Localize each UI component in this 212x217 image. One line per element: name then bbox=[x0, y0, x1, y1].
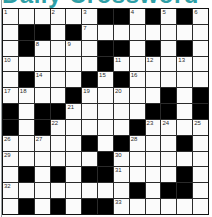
white-cell[interactable] bbox=[161, 25, 176, 40]
white-cell[interactable] bbox=[82, 183, 97, 198]
white-cell[interactable] bbox=[98, 183, 113, 198]
white-cell[interactable] bbox=[82, 41, 97, 56]
white-cell[interactable] bbox=[82, 152, 97, 167]
white-cell[interactable]: 30 bbox=[114, 152, 129, 167]
black-cell bbox=[35, 120, 50, 135]
white-cell[interactable] bbox=[161, 57, 176, 72]
black-cell bbox=[177, 183, 192, 198]
white-cell[interactable] bbox=[19, 120, 34, 135]
white-cell[interactable]: 9 bbox=[66, 41, 81, 56]
white-cell[interactable] bbox=[146, 136, 161, 151]
black-cell bbox=[161, 88, 176, 103]
white-cell[interactable]: 15 bbox=[98, 72, 113, 87]
white-cell[interactable]: 1 bbox=[3, 9, 18, 24]
white-cell[interactable] bbox=[161, 41, 176, 56]
clue-number: 24 bbox=[162, 120, 169, 127]
black-cell bbox=[82, 136, 97, 151]
black-cell bbox=[82, 72, 97, 87]
white-cell[interactable] bbox=[19, 136, 34, 151]
black-cell bbox=[177, 41, 192, 56]
clue-number: 5 bbox=[162, 9, 165, 16]
black-cell bbox=[161, 183, 176, 198]
white-cell[interactable]: 10 bbox=[3, 57, 18, 72]
white-cell[interactable] bbox=[66, 167, 81, 182]
clue-number: 6 bbox=[194, 9, 197, 16]
clue-number: 32 bbox=[4, 183, 11, 190]
white-cell[interactable] bbox=[130, 104, 145, 119]
white-cell[interactable]: 13 bbox=[177, 57, 192, 72]
black-cell bbox=[82, 167, 97, 182]
white-cell[interactable] bbox=[193, 199, 208, 214]
black-cell bbox=[146, 9, 161, 24]
white-cell[interactable] bbox=[98, 104, 113, 119]
white-cell[interactable] bbox=[66, 199, 81, 214]
clue-number: 20 bbox=[115, 88, 122, 95]
white-cell[interactable] bbox=[146, 88, 161, 103]
white-cell[interactable]: 20 bbox=[114, 88, 129, 103]
clue-number: 7 bbox=[83, 25, 86, 32]
clue-number: 2 bbox=[52, 9, 55, 16]
white-cell[interactable] bbox=[19, 9, 34, 24]
white-cell[interactable] bbox=[3, 41, 18, 56]
white-cell[interactable] bbox=[114, 120, 129, 135]
clue-number: 19 bbox=[83, 88, 90, 95]
white-cell[interactable] bbox=[98, 88, 113, 103]
clue-number: 15 bbox=[99, 72, 106, 79]
black-cell bbox=[114, 72, 129, 87]
white-cell[interactable] bbox=[130, 88, 145, 103]
white-cell[interactable] bbox=[66, 136, 81, 151]
white-cell[interactable]: 25 bbox=[193, 120, 208, 135]
white-cell[interactable] bbox=[177, 72, 192, 87]
black-cell bbox=[19, 199, 34, 214]
white-cell[interactable]: 22 bbox=[51, 120, 66, 135]
clue-number: 26 bbox=[4, 136, 11, 143]
white-cell[interactable] bbox=[177, 25, 192, 40]
white-cell[interactable] bbox=[146, 183, 161, 198]
white-cell[interactable] bbox=[35, 88, 50, 103]
clue-number: 33 bbox=[115, 199, 122, 206]
clue-number: 16 bbox=[131, 72, 138, 79]
white-cell[interactable] bbox=[3, 167, 18, 182]
white-cell[interactable] bbox=[82, 120, 97, 135]
white-cell[interactable] bbox=[3, 25, 18, 40]
white-cell[interactable]: 24 bbox=[161, 120, 176, 135]
clue-number: 12 bbox=[147, 57, 154, 64]
white-cell[interactable]: 7 bbox=[82, 25, 97, 40]
white-cell[interactable]: 2 bbox=[51, 9, 66, 24]
white-cell[interactable]: 28 bbox=[130, 136, 145, 151]
white-cell[interactable] bbox=[19, 183, 34, 198]
black-cell bbox=[3, 120, 18, 135]
white-cell[interactable] bbox=[51, 41, 66, 56]
clue-number: 21 bbox=[67, 104, 74, 111]
crossword-grid: 1234567891011121314151617181920212223242… bbox=[2, 8, 209, 215]
white-cell[interactable] bbox=[146, 167, 161, 182]
white-cell[interactable] bbox=[114, 183, 129, 198]
white-cell[interactable] bbox=[51, 136, 66, 151]
white-cell[interactable] bbox=[51, 88, 66, 103]
white-cell[interactable] bbox=[130, 152, 145, 167]
clue-number: 4 bbox=[131, 9, 134, 16]
black-cell bbox=[98, 57, 113, 72]
white-cell[interactable] bbox=[66, 9, 81, 24]
white-cell[interactable] bbox=[161, 152, 176, 167]
white-cell[interactable]: 23 bbox=[146, 120, 161, 135]
white-cell[interactable]: 27 bbox=[35, 136, 50, 151]
black-cell bbox=[193, 88, 208, 103]
clue-number: 13 bbox=[178, 57, 185, 64]
black-cell bbox=[98, 152, 113, 167]
white-cell[interactable] bbox=[161, 167, 176, 182]
clue-number: 1 bbox=[4, 9, 7, 16]
black-cell bbox=[114, 136, 129, 151]
black-cell bbox=[51, 167, 66, 182]
black-cell bbox=[35, 25, 50, 40]
white-cell[interactable] bbox=[193, 136, 208, 151]
white-cell[interactable] bbox=[146, 152, 161, 167]
black-cell bbox=[19, 167, 34, 182]
white-cell[interactable] bbox=[130, 25, 145, 40]
black-cell bbox=[66, 88, 81, 103]
white-cell[interactable] bbox=[98, 136, 113, 151]
white-cell[interactable] bbox=[114, 104, 129, 119]
clue-number: 29 bbox=[4, 152, 11, 159]
white-cell[interactable]: 32 bbox=[3, 183, 18, 198]
white-cell[interactable] bbox=[177, 120, 192, 135]
white-cell[interactable] bbox=[161, 136, 176, 151]
white-cell[interactable] bbox=[66, 57, 81, 72]
clue-number: 30 bbox=[115, 152, 122, 159]
black-cell bbox=[177, 9, 192, 24]
white-cell[interactable] bbox=[193, 152, 208, 167]
white-cell[interactable] bbox=[19, 104, 34, 119]
black-cell bbox=[19, 72, 34, 87]
black-cell bbox=[146, 41, 161, 56]
white-cell[interactable] bbox=[35, 183, 50, 198]
white-cell[interactable]: 4 bbox=[130, 9, 145, 24]
black-cell bbox=[177, 167, 192, 182]
white-cell[interactable]: 6 bbox=[193, 9, 208, 24]
black-cell bbox=[51, 199, 66, 214]
white-cell[interactable]: 18 bbox=[19, 88, 34, 103]
white-cell[interactable] bbox=[82, 104, 97, 119]
white-cell[interactable]: 19 bbox=[82, 88, 97, 103]
white-cell[interactable] bbox=[3, 72, 18, 87]
white-cell[interactable] bbox=[51, 25, 66, 40]
white-cell[interactable] bbox=[161, 72, 176, 87]
black-cell bbox=[35, 104, 50, 119]
clue-number: 8 bbox=[36, 41, 39, 48]
white-cell[interactable]: 26 bbox=[3, 136, 18, 151]
clue-number: 9 bbox=[67, 41, 70, 48]
black-cell bbox=[19, 41, 34, 56]
black-cell bbox=[161, 104, 176, 119]
clue-number: 27 bbox=[36, 136, 43, 143]
white-cell[interactable] bbox=[51, 183, 66, 198]
black-cell bbox=[3, 104, 18, 119]
white-cell[interactable] bbox=[51, 72, 66, 87]
white-cell[interactable] bbox=[177, 152, 192, 167]
white-cell[interactable] bbox=[3, 199, 18, 214]
clue-number: 14 bbox=[36, 72, 43, 79]
black-cell bbox=[177, 136, 192, 151]
white-cell[interactable] bbox=[146, 199, 161, 214]
white-cell[interactable] bbox=[130, 41, 145, 56]
white-cell[interactable] bbox=[51, 57, 66, 72]
black-cell bbox=[130, 120, 145, 135]
black-cell bbox=[98, 41, 113, 56]
white-cell[interactable] bbox=[66, 72, 81, 87]
black-cell bbox=[82, 199, 97, 214]
white-cell[interactable] bbox=[35, 152, 50, 167]
white-cell[interactable] bbox=[35, 167, 50, 182]
white-cell[interactable]: 31 bbox=[114, 167, 129, 182]
white-cell[interactable] bbox=[177, 104, 192, 119]
white-cell[interactable] bbox=[66, 152, 81, 167]
black-cell bbox=[98, 9, 113, 24]
white-cell[interactable] bbox=[193, 167, 208, 182]
white-cell[interactable] bbox=[66, 120, 81, 135]
clue-number: 28 bbox=[131, 136, 138, 143]
clue-number: 10 bbox=[4, 57, 11, 64]
clue-number: 23 bbox=[147, 120, 154, 127]
white-cell[interactable] bbox=[66, 183, 81, 198]
puzzle-title-clipped: Daily Crossword bbox=[2, 0, 208, 8]
white-cell[interactable]: 33 bbox=[114, 199, 129, 214]
clue-number: 17 bbox=[4, 88, 11, 95]
clue-number: 11 bbox=[115, 57, 121, 64]
black-cell bbox=[19, 25, 34, 40]
white-cell[interactable] bbox=[193, 41, 208, 56]
white-cell[interactable] bbox=[146, 72, 161, 87]
white-cell[interactable] bbox=[98, 120, 113, 135]
crossword-page: Daily Crossword 123456789101112131415161… bbox=[0, 0, 212, 217]
clue-number: 18 bbox=[20, 88, 27, 95]
black-cell bbox=[146, 104, 161, 119]
black-cell bbox=[51, 104, 66, 119]
white-cell[interactable] bbox=[114, 25, 129, 40]
white-cell[interactable] bbox=[51, 152, 66, 167]
white-cell[interactable] bbox=[98, 25, 113, 40]
white-cell[interactable] bbox=[19, 57, 34, 72]
white-cell[interactable] bbox=[35, 9, 50, 24]
white-cell[interactable]: 17 bbox=[3, 88, 18, 103]
white-cell[interactable] bbox=[130, 199, 145, 214]
white-cell[interactable] bbox=[193, 25, 208, 40]
white-cell[interactable]: 16 bbox=[130, 72, 145, 87]
white-cell[interactable] bbox=[177, 88, 192, 103]
white-cell[interactable] bbox=[193, 57, 208, 72]
clue-number: 22 bbox=[52, 120, 59, 127]
white-cell[interactable] bbox=[146, 25, 161, 40]
white-cell[interactable]: 11 bbox=[114, 57, 129, 72]
clue-number: 3 bbox=[83, 9, 86, 16]
white-cell[interactable] bbox=[82, 57, 97, 72]
white-cell[interactable]: 8 bbox=[35, 41, 50, 56]
white-cell[interactable]: 5 bbox=[161, 9, 176, 24]
black-cell bbox=[114, 9, 129, 24]
white-cell[interactable]: 21 bbox=[66, 104, 81, 119]
white-cell[interactable] bbox=[35, 57, 50, 72]
white-cell[interactable]: 12 bbox=[146, 57, 161, 72]
white-cell[interactable] bbox=[19, 152, 34, 167]
black-cell bbox=[130, 183, 145, 198]
white-cell[interactable] bbox=[177, 199, 192, 214]
clue-number: 31 bbox=[115, 167, 122, 174]
black-cell bbox=[98, 199, 113, 214]
white-cell[interactable] bbox=[193, 72, 208, 87]
black-cell bbox=[98, 167, 113, 182]
puzzle-title: Daily Crossword bbox=[2, 0, 208, 7]
white-cell[interactable] bbox=[161, 199, 176, 214]
black-cell bbox=[66, 25, 81, 40]
black-cell bbox=[114, 41, 129, 56]
black-cell bbox=[193, 104, 208, 119]
white-cell[interactable] bbox=[130, 167, 145, 182]
clue-number: 25 bbox=[194, 120, 201, 127]
white-cell[interactable] bbox=[35, 199, 50, 214]
white-cell[interactable]: 29 bbox=[3, 152, 18, 167]
white-cell[interactable]: 14 bbox=[35, 72, 50, 87]
white-cell[interactable]: 3 bbox=[82, 9, 97, 24]
white-cell[interactable] bbox=[130, 57, 145, 72]
white-cell[interactable] bbox=[193, 183, 208, 198]
